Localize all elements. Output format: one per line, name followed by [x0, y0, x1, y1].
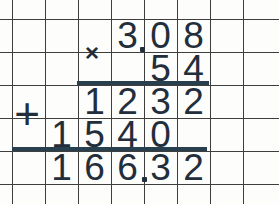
multiply-sign: × — [85, 41, 99, 65]
digit-cell-r4c4: 3 — [144, 151, 177, 184]
work-layer: 308541232154016632×+ — [0, 0, 279, 204]
decimal-point-1 — [142, 177, 147, 182]
plus-sign: + — [14, 92, 40, 136]
long-multiplication-worksheet: 308541232154016632×+ — [0, 0, 279, 204]
decimal-point-0 — [140, 47, 145, 52]
digit-cell-r2c5: 2 — [177, 85, 210, 118]
sum-rule-line — [12, 147, 207, 151]
digit-cell-r4c5: 2 — [177, 151, 210, 184]
digit-cell-r4c3: 6 — [111, 151, 144, 184]
product-rule-line — [77, 81, 209, 85]
digit-cell-r4c1: 1 — [45, 151, 78, 184]
digit-cell-r4c2: 6 — [78, 151, 111, 184]
